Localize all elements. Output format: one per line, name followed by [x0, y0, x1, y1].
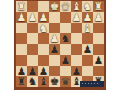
square-f4[interactable]: [38, 33, 49, 44]
square-f8[interactable]: ♝: [38, 76, 49, 87]
square-d8[interactable]: ♛: [60, 76, 71, 87]
square-e1[interactable]: ♚: [49, 1, 60, 12]
square-c3[interactable]: [71, 23, 82, 34]
square-e5[interactable]: ♟: [49, 44, 60, 55]
square-h3[interactable]: [16, 23, 27, 34]
square-b4[interactable]: [82, 33, 93, 44]
black-piece-Q-d8: ♛: [60, 76, 71, 87]
square-e4[interactable]: ♟: [49, 33, 60, 44]
black-piece-N-g8: ♞: [27, 76, 38, 87]
square-d6[interactable]: ♟: [60, 55, 71, 66]
square-b6[interactable]: [82, 55, 93, 66]
square-e2[interactable]: [49, 12, 60, 23]
black-piece-P-h7: ♟: [16, 66, 27, 77]
black-piece-P-d6: ♟: [60, 55, 71, 66]
square-d5[interactable]: [60, 44, 71, 55]
square-g2[interactable]: ♟: [27, 12, 38, 23]
square-h4[interactable]: [16, 33, 27, 44]
black-piece-K-e8: ♚: [49, 76, 60, 87]
square-b1[interactable]: ♞: [82, 1, 93, 12]
square-g1[interactable]: [27, 1, 38, 12]
square-a1[interactable]: ♜: [93, 1, 104, 12]
square-f3[interactable]: ♞: [38, 23, 49, 34]
square-h8[interactable]: ♜: [16, 76, 27, 87]
square-a6[interactable]: ♟: [93, 55, 104, 66]
square-g5[interactable]: [27, 44, 38, 55]
square-f6[interactable]: [38, 55, 49, 66]
black-piece-P-c7: ♟: [71, 66, 82, 77]
square-d1[interactable]: ♛: [60, 1, 71, 12]
white-piece-B-c1: ♝: [71, 1, 82, 12]
square-f2[interactable]: ♟: [38, 12, 49, 23]
square-c5[interactable]: [71, 44, 82, 55]
square-e8[interactable]: ♚: [49, 76, 60, 87]
square-g6[interactable]: [27, 55, 38, 66]
square-h5[interactable]: [16, 44, 27, 55]
black-piece-N-d4: ♞: [60, 33, 71, 44]
square-c1[interactable]: ♝: [71, 1, 82, 12]
black-piece-R-h8: ♜: [16, 76, 27, 87]
square-f1[interactable]: [38, 1, 49, 12]
white-piece-N-f3: ♞: [38, 23, 49, 34]
square-g4[interactable]: [27, 33, 38, 44]
square-a7[interactable]: [93, 66, 104, 77]
square-a5[interactable]: [93, 44, 104, 55]
square-h2[interactable]: ♟: [16, 12, 27, 23]
square-c4[interactable]: [71, 33, 82, 44]
black-piece-P-g7: ♟: [27, 66, 38, 77]
white-piece-P-c2: ♟: [71, 12, 82, 23]
black-piece-P-b5: ♟: [82, 44, 93, 55]
square-e3[interactable]: [49, 23, 60, 34]
white-piece-Q-d1: ♛: [60, 1, 71, 12]
square-b7[interactable]: [82, 66, 93, 77]
square-c7[interactable]: ♟: [71, 66, 82, 77]
white-piece-P-g2: ♟: [27, 12, 38, 23]
square-d2[interactable]: [60, 12, 71, 23]
square-c2[interactable]: ♟: [71, 12, 82, 23]
white-piece-B-b3: ♝: [82, 23, 93, 34]
white-piece-P-b2: ♟: [82, 12, 93, 23]
square-b3[interactable]: ♝: [82, 23, 93, 34]
square-d4[interactable]: ♞: [60, 33, 71, 44]
square-f7[interactable]: ♟: [38, 66, 49, 77]
square-c6[interactable]: [71, 55, 82, 66]
square-a3[interactable]: [93, 23, 104, 34]
square-h7[interactable]: ♟: [16, 66, 27, 77]
black-piece-P-f7: ♟: [38, 66, 49, 77]
square-g3[interactable]: [27, 23, 38, 34]
black-piece-P-e5: ♟: [49, 44, 60, 55]
chess-board: ♜♚♛♝♞♜♟♟♟♟♟♟♞♝♟♞♟♟♟♟♟♟♟♟♜♞♝♚♛♝♜: [16, 1, 104, 87]
square-h6[interactable]: [16, 55, 27, 66]
white-piece-R-a1: ♜: [93, 1, 104, 12]
square-e7[interactable]: [49, 66, 60, 77]
white-piece-P-f2: ♟: [38, 12, 49, 23]
square-g8[interactable]: ♞: [27, 76, 38, 87]
square-g7[interactable]: ♟: [27, 66, 38, 77]
watermark-badge: [80, 81, 104, 87]
square-a2[interactable]: ♟: [93, 12, 104, 23]
chess-board-frame: ♜♚♛♝♞♜♟♟♟♟♟♟♞♝♟♞♟♟♟♟♟♟♟♟♜♞♝♚♛♝♜: [14, 0, 106, 90]
white-piece-P-e4: ♟: [49, 33, 60, 44]
square-d3[interactable]: [60, 23, 71, 34]
white-piece-K-e1: ♚: [49, 1, 60, 12]
black-piece-B-f8: ♝: [38, 76, 49, 87]
white-piece-R-h1: ♜: [16, 1, 27, 12]
square-a4[interactable]: [93, 33, 104, 44]
square-f5[interactable]: [38, 44, 49, 55]
square-b2[interactable]: ♟: [82, 12, 93, 23]
square-h1[interactable]: ♜: [16, 1, 27, 12]
black-piece-P-a6: ♟: [93, 55, 104, 66]
white-piece-P-a2: ♟: [93, 12, 104, 23]
square-e6[interactable]: [49, 55, 60, 66]
square-b5[interactable]: ♟: [82, 44, 93, 55]
white-piece-N-b1: ♞: [82, 1, 93, 12]
square-d7[interactable]: [60, 66, 71, 77]
white-piece-P-h2: ♟: [16, 12, 27, 23]
screenshot-page: ♜♚♛♝♞♜♟♟♟♟♟♟♞♝♟♞♟♟♟♟♟♟♟♟♜♞♝♚♛♝♜: [0, 0, 120, 90]
